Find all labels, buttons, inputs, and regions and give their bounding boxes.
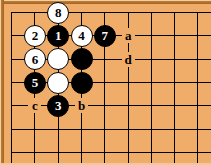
- intersection: 2: [23, 24, 46, 47]
- intersection: [47, 71, 70, 94]
- point-label-d: d: [122, 52, 135, 67]
- stone-white-2: 2: [24, 25, 46, 47]
- intersection: a: [116, 24, 139, 47]
- stone-white: [47, 72, 69, 94]
- stone-white-6: 6: [24, 48, 46, 70]
- intersection: 3: [47, 94, 70, 117]
- stone-white-8: 8: [47, 2, 69, 24]
- intersection: [47, 48, 70, 71]
- image-bottom-edge: [0, 163, 211, 165]
- intersection: 5: [23, 71, 46, 94]
- intersection: 6: [23, 48, 46, 71]
- stone-black-3: 3: [47, 95, 69, 117]
- stone-black: [71, 72, 93, 94]
- point-label-c: c: [28, 98, 41, 113]
- point-label-b: b: [75, 98, 88, 113]
- intersection: d: [116, 48, 139, 71]
- stone-white-4: 4: [71, 25, 93, 47]
- stone-black-1: 1: [47, 25, 69, 47]
- intersection: 7: [93, 24, 116, 47]
- stone-black-5: 5: [24, 72, 46, 94]
- intersection: c: [23, 94, 46, 117]
- intersection: 4: [70, 24, 93, 47]
- stone-white: [47, 48, 69, 70]
- board-grid: 82147653adcb: [0, 1, 210, 164]
- stone-black-7: 7: [94, 25, 116, 47]
- go-board: 82147653adcb: [0, 0, 211, 165]
- intersection: [70, 71, 93, 94]
- intersection: 1: [47, 24, 70, 47]
- intersection: 8: [47, 1, 70, 24]
- intersection: b: [70, 94, 93, 117]
- point-label-a: a: [122, 28, 135, 43]
- stone-black: [71, 48, 93, 70]
- intersection: [70, 48, 93, 71]
